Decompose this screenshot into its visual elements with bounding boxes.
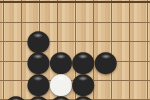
board-cell[interactable]: ●	[27, 94, 49, 100]
stone-grid: ●●●●●●●●●●●●	[5, 29, 117, 100]
board-cell[interactable]: ●	[72, 94, 94, 100]
board-cell[interactable]: ●	[5, 94, 27, 100]
board-cell[interactable]	[5, 29, 27, 51]
go-board[interactable]: ●●●●●●●●●●●●	[0, 0, 150, 100]
black-stone[interactable]: ●	[71, 91, 96, 100]
board-hline	[0, 22, 150, 23]
board-edge-line	[0, 1, 150, 3]
board-cell[interactable]	[5, 51, 27, 73]
board-cell[interactable]: ●	[94, 51, 116, 73]
board-vline	[147, 0, 148, 100]
board-vline	[129, 0, 130, 100]
board-cell[interactable]: ●	[50, 94, 72, 100]
board-cell[interactable]	[94, 73, 116, 95]
board-cell[interactable]	[94, 94, 116, 100]
screenshot-root: ●●●●●●●●●●●●	[0, 0, 150, 100]
